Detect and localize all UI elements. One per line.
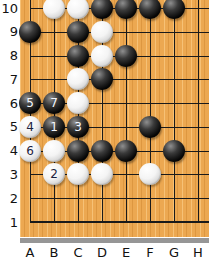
stone-black-C8 [67,45,89,67]
go-board[interactable]: 5741362 [20,0,209,237]
board-shadow [20,238,209,243]
stone-black-E10 [115,0,137,19]
col-label-B: B [46,245,62,260]
col-label-F: F [142,245,158,260]
row-label-8: 8 [0,48,18,63]
row-label-5: 5 [0,119,18,134]
stone-black-C5: 3 [67,116,89,138]
grid-line [150,0,151,223]
stone-black-A6: 5 [19,92,41,114]
stone-white-C3 [67,163,89,185]
row-label-1: 1 [0,215,18,230]
stone-white-F3 [139,163,161,185]
stone-white-D9 [91,21,113,43]
col-label-A: A [22,245,38,260]
col-label-E: E [118,245,134,260]
row-label-4: 4 [0,143,18,158]
stone-white-B10 [43,0,65,19]
stone-white-A5: 4 [19,116,41,138]
move-number: 4 [26,121,34,133]
stone-white-C6 [67,92,89,114]
stone-black-F10 [139,0,161,19]
col-label-D: D [94,245,110,260]
row-label-2: 2 [0,191,18,206]
stone-black-C4 [67,140,89,162]
row-label-6: 6 [0,96,18,111]
row-label-9: 9 [0,24,18,39]
stone-black-E4 [115,140,137,162]
stone-white-B4 [43,140,65,162]
stone-black-G10 [163,0,185,19]
stone-black-D4 [91,140,113,162]
row-coordinates: 10987654321 [0,0,20,237]
stone-white-A4: 6 [19,140,41,162]
stone-black-A9 [19,21,41,43]
grid-line [198,0,199,223]
col-label-C: C [70,245,86,260]
grid-line [30,198,209,199]
move-number: 6 [26,145,34,157]
row-label-10: 10 [0,1,18,16]
move-number: 3 [74,121,82,133]
move-number: 2 [50,168,58,180]
stone-black-C9 [67,21,89,43]
move-number: 5 [26,97,34,109]
stone-black-D10 [91,0,113,19]
stone-black-E8 [115,45,137,67]
stone-white-C10 [67,0,89,19]
stone-white-D3 [91,163,113,185]
stone-white-D8 [91,45,113,67]
stone-black-B6: 7 [43,92,65,114]
stone-black-G4 [163,140,185,162]
stone-white-C7 [67,68,89,90]
row-label-7: 7 [0,72,18,87]
stone-black-B5: 1 [43,116,65,138]
grid-line [30,221,209,223]
grid-line [30,32,209,33]
go-diagram: 10987654321 5741362 ABCDEFGH [0,0,209,260]
column-coordinates: ABCDEFGH [0,245,209,260]
stone-white-B3: 2 [43,163,65,185]
grid-line [174,0,175,223]
col-label-G: G [166,245,182,260]
grid-line [30,79,209,80]
stone-black-D7 [91,68,113,90]
row-label-3: 3 [0,167,18,182]
grid-line [126,0,127,223]
stone-black-F5 [139,116,161,138]
move-number: 1 [50,121,58,133]
move-number: 7 [50,97,58,109]
col-label-H: H [190,245,206,260]
